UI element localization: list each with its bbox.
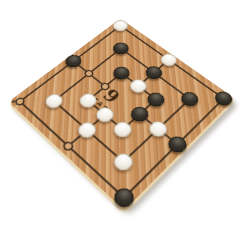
morris-board: 9 TAŞ xyxy=(9,18,235,210)
product-photo: 9 TAŞ xyxy=(0,0,240,239)
corner-dot xyxy=(11,100,15,104)
